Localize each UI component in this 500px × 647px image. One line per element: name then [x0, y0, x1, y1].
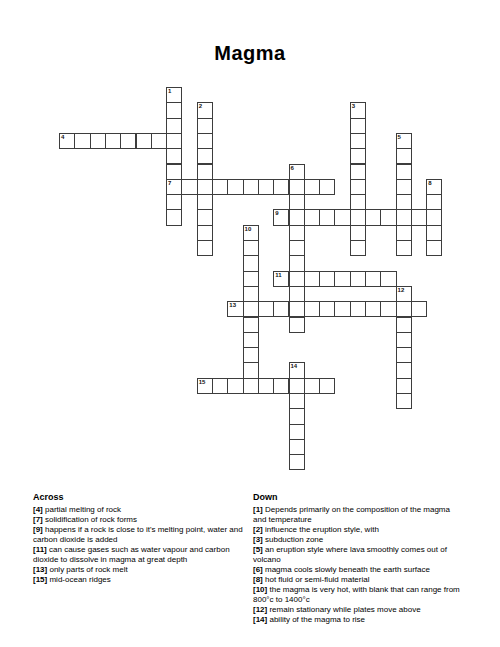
- grid-cell[interactable]: [289, 286, 305, 302]
- grid-cell[interactable]: [166, 209, 182, 225]
- clue-item: [7] solidification of rock forms: [33, 515, 245, 525]
- grid-cell[interactable]: [243, 179, 259, 195]
- grid-cell[interactable]: [350, 225, 366, 241]
- grid-cell[interactable]: [319, 179, 335, 195]
- grid-cell[interactable]: [396, 179, 412, 195]
- grid-cell[interactable]: [289, 317, 305, 333]
- clue-item: [3] subduction zone: [253, 535, 461, 545]
- grid-cell[interactable]: [243, 301, 259, 317]
- grid-cell[interactable]: [334, 209, 350, 225]
- grid-cell[interactable]: [319, 378, 335, 394]
- down-header: Down: [253, 492, 461, 502]
- grid-cell[interactable]: [289, 439, 305, 455]
- grid-cell[interactable]: [396, 393, 412, 409]
- grid-cell[interactable]: [350, 209, 366, 225]
- down-clues-section: Down [1] Depends primarily on the compos…: [253, 492, 461, 625]
- grid-cell[interactable]: 9: [273, 209, 289, 225]
- down-clue-list: [1] Depends primarily on the composition…: [253, 505, 461, 625]
- grid-cell[interactable]: [289, 194, 305, 210]
- grid-cell[interactable]: [243, 255, 259, 271]
- clue-item-number: [10]: [253, 585, 267, 594]
- grid-cell[interactable]: [396, 378, 412, 394]
- clue-number: 13: [229, 302, 236, 309]
- grid-cell[interactable]: 1: [166, 87, 182, 103]
- grid-cell[interactable]: [396, 225, 412, 241]
- grid-cell[interactable]: 6: [289, 164, 305, 180]
- clue-number: 9: [275, 210, 278, 217]
- grid-cell[interactable]: [304, 209, 320, 225]
- grid-cell[interactable]: [197, 133, 213, 149]
- grid-cell[interactable]: [350, 179, 366, 195]
- crossword-grid: 123456789101112131415: [59, 87, 443, 471]
- grid-cell[interactable]: [258, 301, 274, 317]
- grid-cell[interactable]: [426, 225, 442, 241]
- grid-cell[interactable]: [365, 271, 381, 287]
- clue-item-number: [13]: [33, 565, 47, 574]
- grid-cell[interactable]: [227, 179, 243, 195]
- clue-item-number: [11]: [33, 545, 47, 554]
- grid-cell[interactable]: [166, 102, 182, 118]
- clue-item-number: [15]: [33, 575, 47, 584]
- grid-cell[interactable]: [243, 332, 259, 348]
- grid-cell[interactable]: [212, 179, 228, 195]
- grid-cell[interactable]: 7: [166, 179, 182, 195]
- grid-cell[interactable]: [289, 225, 305, 241]
- grid-cell[interactable]: [396, 164, 412, 180]
- grid-cell[interactable]: [197, 118, 213, 134]
- grid-cell[interactable]: [105, 133, 121, 149]
- grid-cell[interactable]: [304, 301, 320, 317]
- grid-cell[interactable]: [197, 179, 213, 195]
- clue-number: 6: [291, 165, 294, 172]
- grid-cell[interactable]: [396, 194, 412, 210]
- grid-cell[interactable]: [426, 240, 442, 256]
- grid-cell[interactable]: [304, 179, 320, 195]
- grid-cell[interactable]: [227, 378, 243, 394]
- clue-item-number: [3]: [253, 535, 263, 544]
- grid-cell[interactable]: [380, 271, 396, 287]
- clue-item-number: [2]: [253, 525, 263, 534]
- grid-cell[interactable]: [350, 301, 366, 317]
- clue-item-number: [5]: [253, 545, 263, 554]
- across-clue-list: [4] partial melting of rock[7] solidific…: [33, 505, 245, 585]
- grid-cell[interactable]: [411, 209, 427, 225]
- grid-cell[interactable]: 15: [197, 378, 213, 394]
- grid-cell[interactable]: [289, 424, 305, 440]
- grid-cell[interactable]: [273, 301, 289, 317]
- grid-cell[interactable]: [273, 179, 289, 195]
- clue-item-number: [12]: [253, 605, 267, 614]
- grid-cell[interactable]: 2: [197, 102, 213, 118]
- clue-item: [10] the magma is very hot, with blank t…: [253, 585, 461, 605]
- grid-cell[interactable]: [90, 133, 106, 149]
- grid-cell[interactable]: [350, 271, 366, 287]
- grid-cell[interactable]: [151, 133, 167, 149]
- grid-cell[interactable]: [396, 209, 412, 225]
- clue-number: 2: [199, 103, 202, 110]
- grid-cell[interactable]: [380, 209, 396, 225]
- grid-cell[interactable]: [396, 362, 412, 378]
- grid-cell[interactable]: [396, 301, 412, 317]
- grid-cell[interactable]: [350, 133, 366, 149]
- grid-cell[interactable]: [197, 240, 213, 256]
- grid-cell[interactable]: [197, 194, 213, 210]
- grid-cell[interactable]: [289, 271, 305, 287]
- grid-cell[interactable]: [243, 347, 259, 363]
- grid-cell[interactable]: [319, 209, 335, 225]
- grid-cell[interactable]: [74, 133, 90, 149]
- clue-item: [13] only parts of rock melt: [33, 565, 245, 575]
- grid-cell[interactable]: [166, 118, 182, 134]
- clue-item-number: [8]: [253, 575, 263, 584]
- clue-item: [2] influence the eruption style, with: [253, 525, 461, 535]
- grid-cell[interactable]: [334, 271, 350, 287]
- grid-cell[interactable]: [365, 301, 381, 317]
- grid-cell[interactable]: [212, 378, 228, 394]
- grid-cell[interactable]: [380, 301, 396, 317]
- clue-item: [12] remain stationary while plates move…: [253, 605, 461, 615]
- grid-cell[interactable]: [411, 301, 427, 317]
- grid-cell[interactable]: [289, 179, 305, 195]
- grid-cell[interactable]: [243, 240, 259, 256]
- grid-cell[interactable]: [350, 148, 366, 164]
- grid-cell[interactable]: [319, 271, 335, 287]
- clue-item-number: [7]: [33, 515, 43, 524]
- clue-item: [4] partial melting of rock: [33, 505, 245, 515]
- grid-cell[interactable]: [243, 286, 259, 302]
- grid-cell[interactable]: [350, 164, 366, 180]
- grid-cell[interactable]: 11: [273, 271, 289, 287]
- clue-item: [1] Depends primarily on the composition…: [253, 505, 461, 525]
- grid-cell[interactable]: [197, 225, 213, 241]
- grid-cell[interactable]: [243, 362, 259, 378]
- grid-cell[interactable]: [258, 179, 274, 195]
- clue-item: [14] ability of the magma to rise: [253, 615, 461, 625]
- grid-cell[interactable]: [319, 301, 335, 317]
- grid-cell[interactable]: [197, 148, 213, 164]
- clue-number: 12: [398, 287, 405, 294]
- grid-cell[interactable]: [289, 408, 305, 424]
- grid-cell[interactable]: [181, 179, 197, 195]
- grid-cell[interactable]: [289, 454, 305, 470]
- clue-item-number: [6]: [253, 565, 263, 574]
- grid-cell[interactable]: 14: [289, 362, 305, 378]
- clue-number: 1: [168, 88, 171, 95]
- grid-cell[interactable]: [166, 148, 182, 164]
- clue-number: 14: [291, 363, 298, 370]
- grid-cell[interactable]: [350, 240, 366, 256]
- clue-item: [8] hot fluid or semi-fluid material: [253, 575, 461, 585]
- grid-cell[interactable]: [289, 393, 305, 409]
- grid-cell[interactable]: 4: [59, 133, 75, 149]
- grid-cell[interactable]: [289, 378, 305, 394]
- clue-number: 5: [398, 134, 401, 141]
- grid-cell[interactable]: 12: [396, 286, 412, 302]
- clue-number: 3: [352, 103, 355, 110]
- grid-cell[interactable]: [350, 118, 366, 134]
- across-clues-section: Across [4] partial melting of rock[7] so…: [33, 492, 245, 585]
- grid-cell[interactable]: [289, 240, 305, 256]
- clue-item: [15] mid-ocean ridges: [33, 575, 245, 585]
- grid-cell[interactable]: [258, 378, 274, 394]
- clue-item: [6] magma cools slowly beneath the earth…: [253, 565, 461, 575]
- clue-number: 4: [61, 134, 64, 141]
- grid-cell[interactable]: 5: [396, 133, 412, 149]
- clue-number: 7: [168, 180, 171, 187]
- clue-number: 11: [275, 272, 281, 279]
- grid-cell[interactable]: [166, 164, 182, 180]
- clue-item: [5] an eruption style where lava smoothl…: [253, 545, 461, 565]
- clue-number: 8: [428, 180, 431, 187]
- grid-cell[interactable]: [396, 148, 412, 164]
- grid-cell[interactable]: 13: [227, 301, 243, 317]
- grid-cell[interactable]: [365, 209, 381, 225]
- grid-cell[interactable]: [304, 271, 320, 287]
- clue-number: 15: [199, 379, 206, 386]
- grid-cell[interactable]: [426, 194, 442, 210]
- grid-cell[interactable]: [243, 317, 259, 333]
- clue-item-number: [1]: [253, 505, 263, 514]
- page-title: Magma: [0, 42, 500, 65]
- clue-number: 10: [245, 226, 252, 233]
- across-header: Across: [33, 492, 245, 502]
- grid-cell[interactable]: [289, 209, 305, 225]
- grid-cell[interactable]: [304, 378, 320, 394]
- clue-item: [11] can cause gases such as water vapou…: [33, 545, 245, 565]
- grid-cell[interactable]: [243, 271, 259, 287]
- grid-cell[interactable]: [289, 255, 305, 271]
- grid-cell[interactable]: [166, 194, 182, 210]
- clue-item-number: [9]: [33, 525, 43, 534]
- grid-cell[interactable]: [396, 240, 412, 256]
- grid-cell[interactable]: [243, 378, 259, 394]
- grid-cell[interactable]: 10: [243, 225, 259, 241]
- grid-cell[interactable]: [273, 378, 289, 394]
- grid-cell[interactable]: 8: [426, 179, 442, 195]
- clue-item: [9] happens if a rock is close to it's m…: [33, 525, 245, 545]
- clue-item-number: [4]: [33, 505, 43, 514]
- grid-cell[interactable]: [426, 209, 442, 225]
- grid-cell[interactable]: [136, 133, 152, 149]
- grid-cell[interactable]: [334, 301, 350, 317]
- grid-cell[interactable]: [197, 164, 213, 180]
- grid-cell[interactable]: [350, 194, 366, 210]
- grid-cell[interactable]: 3: [350, 102, 366, 118]
- crossword-page: Magma 123456789101112131415 Across [4] p…: [0, 0, 500, 647]
- grid-cell[interactable]: [396, 347, 412, 363]
- grid-cell[interactable]: [166, 133, 182, 149]
- grid-cell[interactable]: [197, 209, 213, 225]
- grid-cell[interactable]: [120, 133, 136, 149]
- grid-cell[interactable]: [289, 301, 305, 317]
- grid-cell[interactable]: [396, 332, 412, 348]
- clue-item-number: [14]: [253, 615, 267, 624]
- grid-cell[interactable]: [396, 317, 412, 333]
